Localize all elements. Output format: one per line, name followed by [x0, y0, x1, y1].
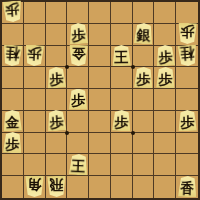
piece-kanji: 金	[71, 47, 85, 61]
piece-kanji: 歩	[27, 47, 42, 62]
piece-kanji: 角	[28, 178, 42, 192]
piece-kanji: 歩	[180, 26, 194, 40]
board-square[interactable]	[133, 89, 155, 111]
board-square[interactable]	[2, 176, 24, 198]
piece-gote-bishop[interactable]: 角	[25, 176, 44, 197]
board-square[interactable]	[176, 2, 198, 24]
board-square[interactable]	[133, 154, 155, 176]
board-square[interactable]	[111, 2, 133, 24]
board-square[interactable]	[111, 89, 133, 111]
board-square[interactable]	[111, 133, 133, 155]
piece-kanji: 歩	[114, 115, 128, 129]
board-square[interactable]	[133, 46, 155, 68]
board-square[interactable]	[154, 176, 176, 198]
board-square[interactable]	[67, 2, 89, 24]
piece-kanji: 銀	[136, 27, 151, 42]
board-square[interactable]	[111, 67, 133, 89]
board-square[interactable]	[67, 67, 89, 89]
piece-kanji: 歩	[5, 3, 20, 18]
piece-kanji: 歩	[180, 115, 194, 129]
piece-kanji: 桂	[5, 47, 20, 62]
board-grid	[2, 2, 198, 198]
piece-kanji: 歩	[71, 93, 85, 107]
board-square[interactable]	[46, 46, 68, 68]
star-point	[131, 131, 135, 135]
board-square[interactable]	[89, 67, 111, 89]
board-square[interactable]	[111, 24, 133, 46]
board-square[interactable]	[111, 176, 133, 198]
board-square[interactable]	[67, 176, 89, 198]
board-square[interactable]	[89, 133, 111, 155]
board-square[interactable]	[24, 89, 46, 111]
board-square[interactable]	[46, 133, 68, 155]
board-square[interactable]	[154, 133, 176, 155]
board-square[interactable]	[89, 46, 111, 68]
board-square[interactable]	[89, 2, 111, 24]
piece-kanji: 歩	[49, 71, 64, 86]
piece-sente-pawn[interactable]: 歩	[112, 110, 132, 132]
board-square[interactable]	[154, 154, 176, 176]
piece-kanji: 歩	[136, 71, 150, 85]
board-square[interactable]	[24, 154, 46, 176]
board-square[interactable]	[24, 2, 46, 24]
board-square[interactable]	[111, 154, 133, 176]
piece-kanji: 王	[115, 49, 129, 63]
piece-kanji: 歩	[158, 49, 173, 64]
board-square[interactable]	[46, 24, 68, 46]
board-square[interactable]	[24, 111, 46, 133]
piece-sente-pawn[interactable]: 歩	[69, 89, 88, 110]
board-square[interactable]	[176, 133, 198, 155]
piece-kanji: 飛	[49, 178, 63, 192]
board-square[interactable]	[2, 89, 24, 111]
board-square[interactable]	[133, 133, 155, 155]
shogi-board: 歩歩銀歩桂歩金王歩桂歩歩歩歩金歩歩歩歩王角飛香	[0, 0, 200, 200]
board-square[interactable]	[154, 2, 176, 24]
piece-kanji: 歩	[6, 136, 20, 150]
board-square[interactable]	[24, 133, 46, 155]
shogi-app: 歩歩銀歩桂歩金王歩桂歩歩歩歩金歩歩歩歩王角飛香	[0, 0, 200, 200]
board-square[interactable]	[24, 24, 46, 46]
board-square[interactable]	[89, 24, 111, 46]
piece-kanji: 桂	[180, 47, 195, 62]
board-square[interactable]	[154, 111, 176, 133]
board-square[interactable]	[176, 89, 198, 111]
piece-kanji: 歩	[49, 114, 64, 129]
board-square[interactable]	[89, 154, 111, 176]
piece-kanji: 金	[6, 115, 20, 129]
board-square[interactable]	[2, 67, 24, 89]
board-square[interactable]	[154, 89, 176, 111]
piece-kanji: 王	[71, 158, 86, 173]
board-square[interactable]	[2, 24, 24, 46]
board-square[interactable]	[24, 67, 46, 89]
board-square[interactable]	[46, 154, 68, 176]
board-square[interactable]	[133, 176, 155, 198]
board-square[interactable]	[89, 111, 111, 133]
piece-kanji: 香	[180, 180, 194, 194]
board-square[interactable]	[176, 154, 198, 176]
piece-gote-rook[interactable]: 飛	[47, 175, 66, 196]
board-square[interactable]	[67, 133, 89, 155]
board-square[interactable]	[46, 2, 68, 24]
board-square[interactable]	[89, 89, 111, 111]
board-square[interactable]	[133, 2, 155, 24]
board-square[interactable]	[67, 111, 89, 133]
board-square[interactable]	[89, 176, 111, 198]
board-square[interactable]	[154, 24, 176, 46]
board-square[interactable]	[46, 89, 68, 111]
board-square[interactable]	[176, 67, 198, 89]
board-square[interactable]	[133, 111, 155, 133]
board-square[interactable]	[2, 154, 24, 176]
piece-kanji: 歩	[71, 27, 86, 42]
piece-kanji: 歩	[158, 71, 172, 85]
